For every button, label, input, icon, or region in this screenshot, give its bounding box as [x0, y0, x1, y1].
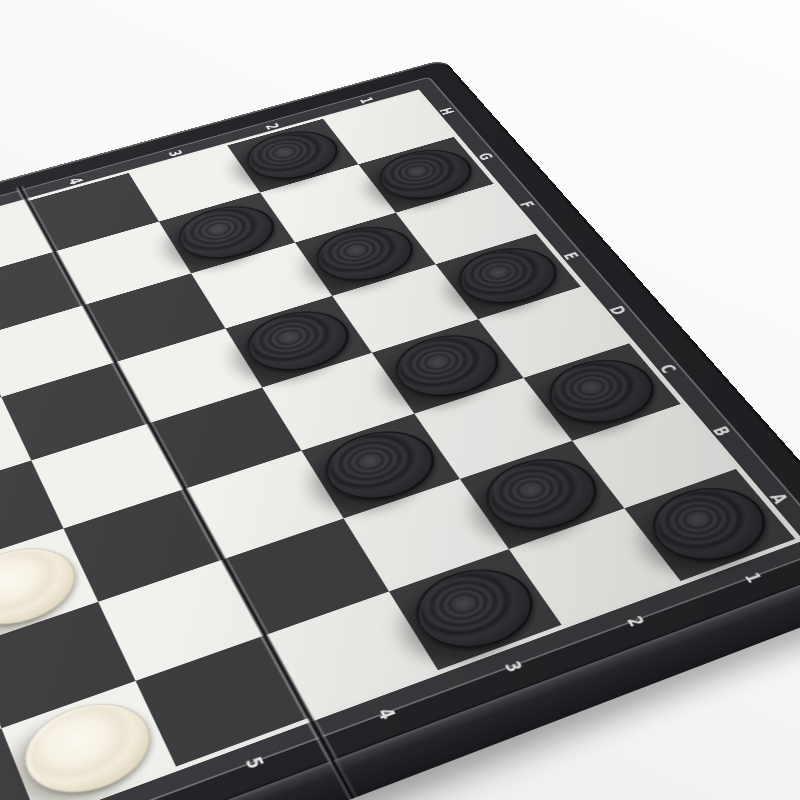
- front-fold-seam: [328, 759, 358, 800]
- photo-scene: HH11GG22FF33EE44DD55CC66BB77AA88: [0, 0, 800, 800]
- checkers-board: HH11GG22FF33EE44DD55CC66BB77AA88: [0, 59, 800, 800]
- board-top-surface: HH11GG22FF33EE44DD55CC66BB77AA88: [0, 59, 800, 800]
